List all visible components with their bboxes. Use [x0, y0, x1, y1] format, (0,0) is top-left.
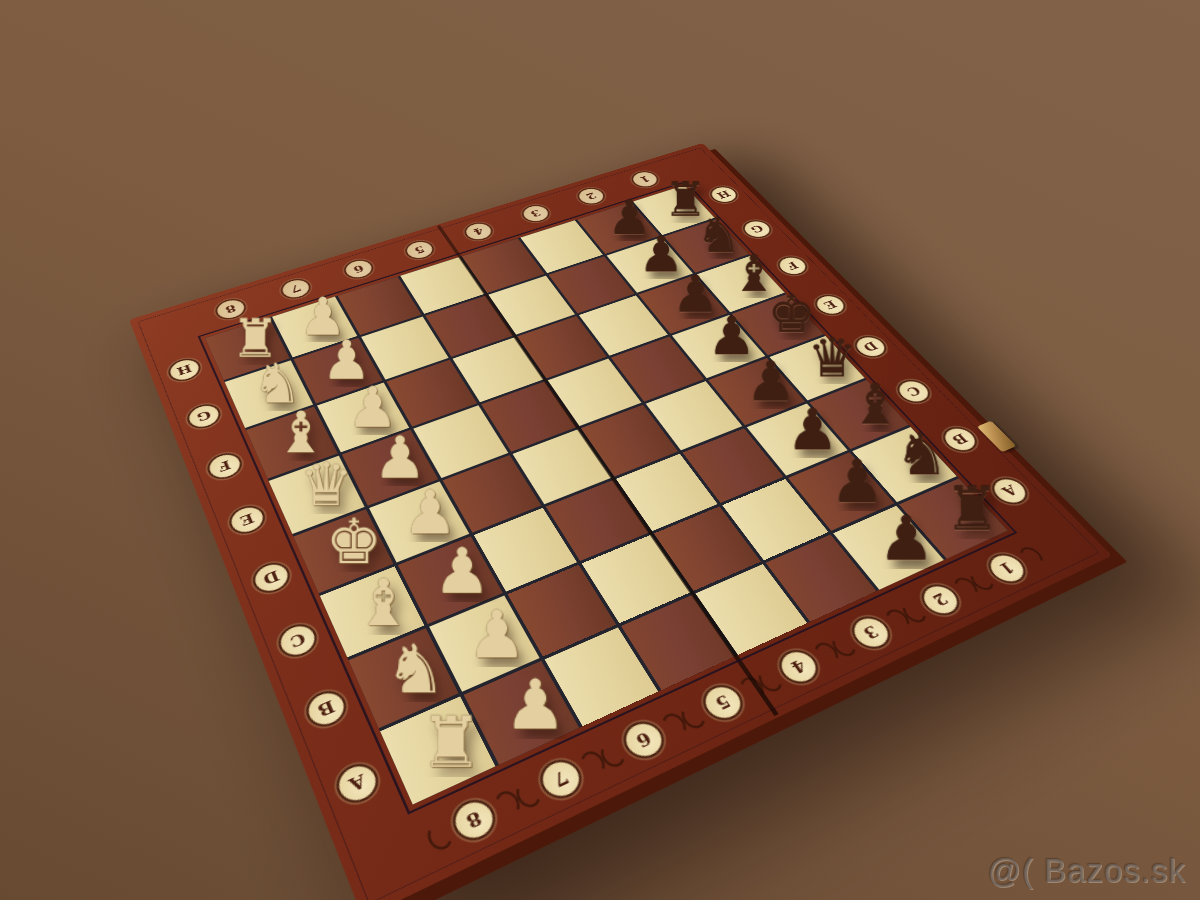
scroll-curl-icon [1015, 544, 1047, 569]
rank-label-top-5: 5 [403, 239, 436, 260]
rank-label-top-2-ornament: 2 [575, 186, 607, 206]
chess-board: 87654321 87654321 HGFEDCBA HGFEDCBA ♜♟♟♜… [129, 143, 1112, 900]
scroll-curl-icon [512, 777, 545, 810]
file-label-right-c: C [893, 378, 933, 405]
white-pawn: ♟ [422, 530, 503, 609]
rank-label-bottom-5: 5 [699, 682, 747, 723]
rank-label-bottom-1: 1 [984, 551, 1030, 586]
file-label-left-f: F [206, 451, 243, 481]
rank-label-bottom-5-ornament: 5 [675, 671, 770, 735]
file-label-left-g: G [185, 402, 221, 430]
file-label-left-d: D [251, 560, 291, 595]
rank-label-top-7: 7 [279, 277, 312, 300]
rank-label-top-4: 4 [462, 221, 494, 242]
rank-label-top-3: 3 [519, 203, 551, 223]
file-label-left-h: H [167, 357, 201, 383]
file-label-right-a: A [987, 475, 1030, 506]
board-frame: 87654321 87654321 HGFEDCBA HGFEDCBA ♜♟♟♜… [129, 143, 1112, 900]
rank-label-top-8: 8 [214, 297, 247, 321]
rank-label-bottom-8: 8 [450, 796, 499, 843]
rank-label-bottom-6-ornament: 6 [594, 707, 692, 774]
rank-label-bottom-1-ornament: 1 [963, 542, 1049, 596]
rank-label-top-6: 6 [342, 258, 375, 280]
file-label-left-h-ornament: H [167, 357, 201, 383]
black-pawn: ♟ [820, 443, 896, 517]
file-label-right-h-ornament: H [707, 185, 740, 204]
file-label-right-e-ornament: E [811, 293, 848, 317]
file-label-left-b-ornament: B [303, 688, 347, 729]
file-label-left-b: B [303, 688, 347, 729]
rank-label-top-6-ornament: 6 [342, 258, 375, 280]
rank-label-top-4-ornament: 4 [462, 221, 494, 242]
rank-label-bottom-4-ornament: 4 [752, 636, 845, 697]
square-f7: ♟ [317, 382, 409, 452]
rank-label-top-8-ornament: 8 [214, 297, 247, 321]
rank-label-bottom-6: 6 [620, 718, 668, 761]
square-d2: ♟ [708, 358, 804, 425]
file-label-left-c: C [276, 621, 318, 659]
rank-label-top-5-ornament: 5 [403, 239, 436, 260]
rank-label-top-1: 1 [629, 170, 661, 189]
scroll-curl-icon [596, 738, 629, 770]
file-label-right-h: H [707, 185, 740, 204]
square-e5 [481, 382, 575, 452]
rank-label-bottom-7-ornament: 7 [510, 744, 611, 814]
rank-label-bottom-7: 7 [537, 756, 585, 801]
file-label-right-a-ornament: A [987, 475, 1030, 506]
file-label-right-f: F [774, 255, 809, 277]
rank-label-top-2: 2 [575, 186, 607, 206]
file-label-left-a-ornament: A [333, 760, 380, 805]
rank-label-top-7-ornament: 7 [279, 277, 312, 300]
black-pawn: ♟ [776, 392, 849, 463]
file-label-left-g-ornament: G [185, 402, 221, 430]
file-label-left-f-ornament: F [206, 451, 243, 481]
file-label-left-e: E [227, 503, 266, 535]
file-label-right-b-ornament: B [939, 425, 980, 454]
file-label-right-c-ornament: C [893, 378, 933, 405]
rank-label-top-3-ornament: 3 [519, 203, 551, 223]
scene: 87654321 87654321 HGFEDCBA HGFEDCBA ♜♟♟♜… [0, 0, 1200, 900]
file-label-right-d: D [851, 334, 889, 359]
file-label-right-f-ornament: F [774, 255, 809, 277]
square-b1: ♞ [852, 427, 956, 502]
watermark: @( Bazos.sk [987, 852, 1186, 890]
file-label-right-g-ornament: G [740, 219, 774, 240]
white-rook: ♜ [406, 696, 496, 784]
rank-label-bottom-8-ornament: 8 [422, 783, 526, 856]
file-label-right-e: E [811, 293, 848, 317]
white-pawn: ♟ [363, 420, 438, 493]
file-label-left-e-ornament: E [227, 503, 266, 535]
scroll-curl-icon [827, 631, 859, 659]
square-c3 [682, 428, 783, 503]
scroll-curl-icon [423, 818, 456, 853]
file-label-right-d-ornament: D [851, 334, 889, 359]
rank-label-top-1-ornament: 1 [629, 170, 661, 189]
file-label-left-c-ornament: C [276, 621, 318, 659]
file-label-right-b: B [939, 425, 980, 454]
file-label-left-d-ornament: D [251, 560, 291, 595]
file-label-left-a: A [333, 760, 380, 805]
file-label-right-g: G [740, 219, 774, 240]
